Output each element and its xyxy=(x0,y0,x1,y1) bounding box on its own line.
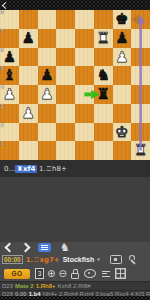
rank-label-7: 7 xyxy=(1,29,4,34)
board-grid: 8♚7♟♜♟6♟♟5♝♟♞4♟♟♜3♟2♚1♜ xyxy=(0,10,150,160)
top-bar xyxy=(0,0,150,10)
engine-score: 0.00 xyxy=(15,291,27,297)
square-e1[interactable] xyxy=(75,141,94,160)
engine-score: Mate 2 xyxy=(15,283,34,289)
board-grid-icon[interactable] xyxy=(115,268,126,279)
square-a6[interactable]: 6♟ xyxy=(0,48,19,67)
black-pawn-c5[interactable]: ♟ xyxy=(40,66,53,85)
move-token-2[interactable]: 1.♖h8+ xyxy=(37,165,67,173)
square-b6[interactable] xyxy=(19,48,38,67)
engine-status-row: 00:00 1.♖xg7+ Stockfish ▼ xyxy=(0,253,150,266)
engine-best-move: 1.♖xg7+ xyxy=(26,256,60,264)
square-a8[interactable]: 8 xyxy=(0,10,19,29)
rank-label-1: 1 xyxy=(1,141,4,146)
square-c3[interactable] xyxy=(38,104,57,123)
menu-button[interactable] xyxy=(38,243,51,252)
rank-label-6: 6 xyxy=(1,48,4,53)
square-b5[interactable] xyxy=(19,66,38,85)
rank-label-8: 8 xyxy=(1,10,4,15)
black-bishop-a5[interactable]: ♝ xyxy=(3,66,16,85)
black-rook-f4[interactable]: ♜ xyxy=(96,85,109,104)
rank-label-2: 2 xyxy=(1,123,4,128)
square-d4[interactable] xyxy=(56,85,75,104)
wrench-icon[interactable] xyxy=(128,255,138,265)
square-b1[interactable] xyxy=(19,141,38,160)
square-f3[interactable] xyxy=(94,104,113,123)
move-list-bar[interactable]: 0...♜xf4 1.♖h8+ xyxy=(0,160,150,177)
square-a3[interactable]: 3 xyxy=(0,104,19,123)
pv-lines-icon[interactable] xyxy=(102,271,110,277)
square-f4[interactable]: ♜ xyxy=(94,85,113,104)
square-g5[interactable] xyxy=(113,66,132,85)
square-d1[interactable] xyxy=(56,141,75,160)
black-knight-f5[interactable]: ♞ xyxy=(96,66,109,85)
white-king-g2[interactable]: ♚ xyxy=(115,123,128,142)
engine-clock: 00:00 xyxy=(2,255,23,264)
go-button[interactable]: GO xyxy=(4,269,30,279)
black-pawn-a6[interactable]: ♟ xyxy=(3,48,16,67)
square-h4[interactable] xyxy=(131,85,150,104)
square-b7[interactable]: ♟ xyxy=(19,29,38,48)
square-e2[interactable] xyxy=(75,123,94,142)
engine-move-token: Kxh8 2.Rf8# xyxy=(58,283,91,289)
prev-move-icon[interactable] xyxy=(5,243,15,253)
engine-controls-row: GO 3 ⊕ ⊖ xyxy=(0,266,150,281)
square-e7[interactable] xyxy=(75,29,94,48)
square-a4[interactable]: 4♟ xyxy=(0,85,19,104)
square-d3[interactable] xyxy=(56,104,75,123)
square-c8[interactable] xyxy=(38,10,57,29)
square-e4[interactable] xyxy=(75,85,94,104)
square-h3[interactable] xyxy=(131,104,150,123)
square-h2[interactable] xyxy=(131,123,150,142)
back-icon[interactable] xyxy=(2,1,9,8)
square-d8[interactable] xyxy=(56,10,75,29)
square-g3[interactable] xyxy=(113,104,132,123)
square-f8[interactable] xyxy=(94,10,113,29)
empty-panel xyxy=(0,177,150,242)
white-pawn-g6[interactable]: ♟ xyxy=(115,48,128,67)
square-e6[interactable] xyxy=(75,48,94,67)
chevron-down-icon[interactable]: ▼ xyxy=(96,257,100,262)
chess-board: 8♚7♟♜♟6♟♟5♝♟♞4♟♟♜3♟2♚1♜ xyxy=(0,10,150,160)
square-a1[interactable]: 1 xyxy=(0,141,19,160)
engine-move-token: 1.b4 xyxy=(29,291,41,297)
square-e3[interactable] xyxy=(75,104,94,123)
square-g2[interactable]: ♚ xyxy=(113,123,132,142)
square-d2[interactable] xyxy=(56,123,75,142)
square-c7[interactable] xyxy=(38,29,57,48)
square-b2[interactable] xyxy=(19,123,38,142)
square-b3[interactable]: ♟ xyxy=(19,104,38,123)
engine-depth: D29 xyxy=(2,283,13,289)
square-f5[interactable]: ♞ xyxy=(94,66,113,85)
square-g8[interactable]: ♚ xyxy=(113,10,132,29)
square-g1[interactable] xyxy=(113,141,132,160)
minus-icon[interactable]: ⊖ xyxy=(58,269,66,279)
engine-name[interactable]: Stockfish xyxy=(63,256,95,263)
engine-line-2[interactable]: D280.001.b4Nh4+ 2.Rxh4 Rxh4 3.bxa5 Rxc4 … xyxy=(0,290,150,299)
square-h8[interactable] xyxy=(131,10,150,29)
navigation-row: ♞ xyxy=(0,242,150,253)
eye-icon[interactable] xyxy=(84,269,96,278)
rank-label-4: 4 xyxy=(1,85,4,90)
engine-lines: D29Mate 21.Rh8+Kxh8 2.Rf8#D280.001.b4Nh4… xyxy=(0,281,150,296)
square-d7[interactable] xyxy=(56,29,75,48)
engine-line-1[interactable]: D29Mate 21.Rh8+Kxh8 2.Rf8# xyxy=(0,281,150,290)
square-h7[interactable] xyxy=(131,29,150,48)
multipv-count[interactable]: 3 xyxy=(35,268,44,279)
square-f1[interactable] xyxy=(94,141,113,160)
square-f7[interactable]: ♜ xyxy=(94,29,113,48)
square-h5[interactable] xyxy=(131,66,150,85)
chess-analysis-app: 8♚7♟♜♟6♟♟5♝♟♞4♟♟♜3♟2♚1♜ 0...♜xf4 1.♖h8+ … xyxy=(0,0,150,300)
white-rook-f7[interactable]: ♜ xyxy=(96,29,109,48)
monitor-icon[interactable] xyxy=(110,255,122,264)
square-b4[interactable] xyxy=(19,85,38,104)
engine-move-token: 1.Rh8+ xyxy=(36,283,56,289)
square-a5[interactable]: 5♝ xyxy=(0,66,19,85)
white-pawn-c4[interactable]: ♟ xyxy=(40,85,53,104)
square-h1[interactable]: ♜ xyxy=(131,141,150,160)
square-e8[interactable] xyxy=(75,10,94,29)
engine-depth: D28 xyxy=(2,291,13,297)
white-pawn-a4[interactable]: ♟ xyxy=(3,85,16,104)
square-g7[interactable]: ♟ xyxy=(113,29,132,48)
square-d6[interactable] xyxy=(56,48,75,67)
rank-label-5: 5 xyxy=(1,66,4,71)
square-f2[interactable] xyxy=(94,123,113,142)
white-rook-h1[interactable]: ♜ xyxy=(134,141,147,160)
square-f6[interactable] xyxy=(94,48,113,67)
square-g6[interactable]: ♟ xyxy=(113,48,132,67)
knight-icon[interactable]: ♞ xyxy=(60,243,70,253)
square-a7[interactable]: 7 xyxy=(0,29,19,48)
square-g4[interactable] xyxy=(113,85,132,104)
square-c5[interactable]: ♟ xyxy=(38,66,57,85)
square-h6[interactable] xyxy=(131,48,150,67)
square-d5[interactable] xyxy=(56,66,75,85)
rank-label-3: 3 xyxy=(1,104,4,109)
square-c6[interactable] xyxy=(38,48,57,67)
square-c2[interactable] xyxy=(38,123,57,142)
black-pawn-g7[interactable]: ♟ xyxy=(115,29,128,48)
move-token-0[interactable]: 0... xyxy=(4,165,15,173)
black-pawn-b7[interactable]: ♟ xyxy=(21,29,34,48)
white-pawn-b3[interactable]: ♟ xyxy=(21,104,34,123)
lock-icon[interactable] xyxy=(71,269,79,279)
black-king-g8[interactable]: ♚ xyxy=(115,10,128,29)
engine-move-token: Nh4+ 2.Rxh4 Rxh4 3.bxa5 Rxc4 4.Kf3 Rb4 5… xyxy=(43,291,150,297)
square-a2[interactable]: 2 xyxy=(0,123,19,142)
square-c1[interactable] xyxy=(38,141,57,160)
square-b8[interactable] xyxy=(19,10,38,29)
square-e5[interactable] xyxy=(75,66,94,85)
next-move-icon[interactable] xyxy=(21,243,31,253)
square-c4[interactable]: ♟ xyxy=(38,85,57,104)
plus-icon[interactable]: ⊕ xyxy=(47,269,55,279)
current-move[interactable]: ♜xf4 xyxy=(15,165,37,173)
